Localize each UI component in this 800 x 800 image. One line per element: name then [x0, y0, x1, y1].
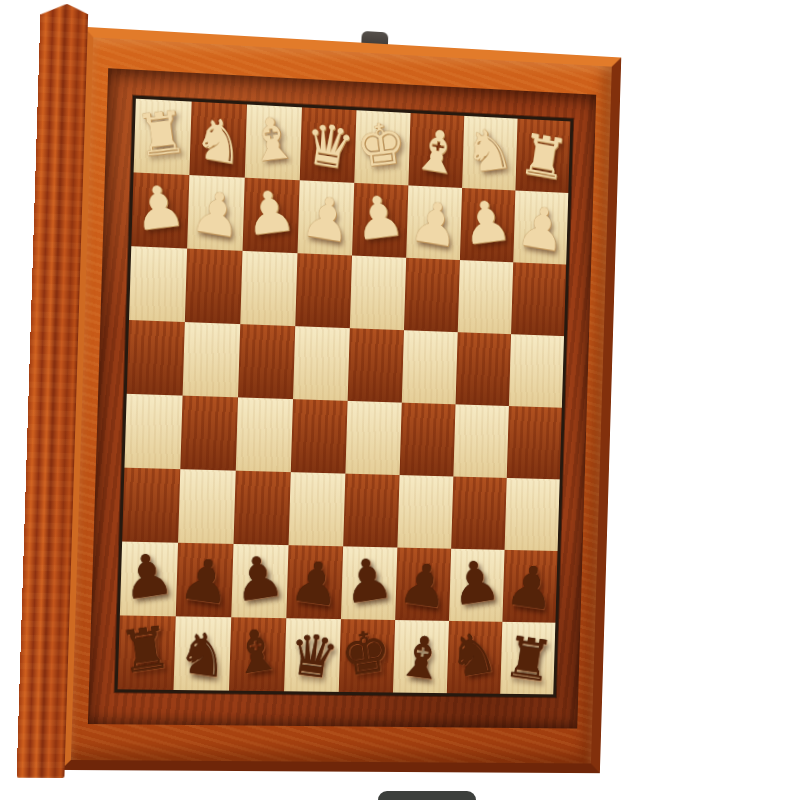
- black-pawn-piece: ♟: [172, 541, 238, 622]
- board-square-r3c7: [509, 334, 564, 408]
- board-square-r2c1: [185, 249, 243, 325]
- board-square-r6c2: ♟: [231, 544, 288, 618]
- board-square-r4c0: [124, 394, 182, 469]
- black-pawn-piece: ♟: [227, 538, 291, 618]
- board-square-r0c4: ♚: [354, 110, 410, 185]
- board-square-r3c1: [183, 322, 241, 397]
- black-queen-piece: ♛: [281, 616, 346, 696]
- board-square-r7c4: ♚: [339, 619, 395, 692]
- white-rook-piece: ♜: [512, 117, 575, 197]
- white-pawn-piece: ♟: [238, 173, 302, 252]
- board-square-r4c6: [453, 404, 509, 478]
- board-square-r1c2: ♟: [243, 178, 300, 254]
- board-square-r6c4: ♟: [341, 546, 397, 620]
- board-square-r3c5: [402, 330, 458, 404]
- board-square-r4c3: [291, 399, 348, 473]
- board-square-r2c0: [129, 246, 187, 322]
- board-square-r4c7: [507, 406, 562, 479]
- board-square-r1c6: ♟: [460, 188, 515, 262]
- white-rook-piece: ♜: [129, 94, 193, 173]
- black-bishop-piece: ♝: [390, 618, 454, 697]
- black-pawn-piece: ♟: [499, 548, 562, 627]
- black-knight-piece: ♞: [442, 615, 504, 694]
- board-square-r5c6: [451, 477, 507, 550]
- board-square-r3c6: [456, 332, 512, 406]
- black-pawn-piece: ♟: [392, 546, 456, 625]
- board-square-r4c4: [345, 401, 401, 475]
- board-square-r1c7: ♟: [513, 190, 568, 264]
- white-pawn-piece: ♟: [294, 178, 359, 259]
- board-square-r2c3: [295, 253, 352, 328]
- white-king-piece: ♚: [350, 106, 413, 184]
- board-square-r5c4: [343, 474, 399, 548]
- board-square-r1c5: ♟: [406, 185, 462, 260]
- board-square-r1c0: ♟: [131, 172, 189, 248]
- board-square-r5c2: [234, 471, 291, 546]
- board-square-r0c5: ♝: [408, 113, 464, 188]
- board-square-r0c0: ♜: [134, 99, 192, 175]
- board-square-r5c1: [178, 469, 236, 544]
- black-pawn-piece: ♟: [283, 543, 348, 623]
- board-square-r5c7: [505, 478, 560, 551]
- white-bishop-piece: ♝: [240, 100, 303, 179]
- board-margin: ♜♞♝♛♚♝♞♜♟♟♟♟♟♟♟♟♟♟♟♟♟♟♟♟♜♞♝♛♚♝♞♜: [88, 68, 596, 728]
- white-pawn-piece: ♟: [456, 184, 518, 262]
- cropped-dark-object: [378, 791, 476, 800]
- board-square-r2c2: [240, 251, 297, 326]
- chess-box: ♜♞♝♛♚♝♞♜♟♟♟♟♟♟♟♟♟♟♟♟♟♟♟♟♜♞♝♛♚♝♞♜: [16, 2, 625, 788]
- board-square-r2c6: [458, 260, 514, 334]
- board-square-r7c5: ♝: [393, 620, 449, 693]
- black-knight-piece: ♞: [170, 614, 236, 694]
- black-bishop-piece: ♝: [224, 611, 288, 692]
- black-pawn-piece: ♟: [337, 541, 400, 621]
- board-square-r4c2: [236, 397, 293, 472]
- board-square-r7c3: ♛: [284, 618, 341, 692]
- board-square-r5c3: [289, 472, 346, 546]
- board-square-r3c3: [293, 326, 350, 401]
- black-rook-piece: ♜: [113, 609, 178, 690]
- board-outline: ♜♞♝♛♚♝♞♜♟♟♟♟♟♟♟♟♟♟♟♟♟♟♟♟♜♞♝♛♚♝♞♜: [115, 96, 574, 698]
- product-photo-scene: ♜♞♝♛♚♝♞♜♟♟♟♟♟♟♟♟♟♟♟♟♟♟♟♟♜♞♝♛♚♝♞♜: [0, 0, 800, 800]
- board-square-r5c0: [122, 468, 180, 543]
- white-bishop-piece: ♝: [405, 111, 469, 192]
- board-square-r7c7: ♜: [500, 622, 555, 695]
- white-pawn-piece: ♟: [403, 184, 467, 264]
- board-square-r5c5: [397, 475, 453, 549]
- white-pawn-piece: ♟: [348, 178, 411, 256]
- white-pawn-piece: ♟: [184, 173, 250, 255]
- board-square-r3c4: [348, 328, 404, 402]
- board-square-r1c4: ♟: [352, 183, 408, 258]
- board-square-r0c6: ♞: [462, 116, 517, 191]
- black-rook-piece: ♜: [497, 620, 560, 699]
- white-pawn-piece: ♟: [127, 168, 192, 248]
- board-square-r4c5: [400, 403, 456, 477]
- board-square-r6c7: ♟: [502, 550, 557, 623]
- white-pawn-piece: ♟: [510, 189, 573, 269]
- board-square-r7c2: ♝: [229, 617, 286, 691]
- board-square-r6c6: ♟: [449, 549, 505, 622]
- board-square-r7c0: ♜: [118, 615, 176, 690]
- board-square-r1c1: ♟: [187, 175, 245, 251]
- board-square-r3c2: [238, 324, 295, 399]
- board-square-r7c6: ♞: [447, 621, 503, 694]
- white-queen-piece: ♛: [297, 106, 362, 187]
- board-square-r2c4: [350, 256, 406, 331]
- board-square-r0c7: ♜: [515, 119, 570, 193]
- board-square-r7c1: ♞: [173, 616, 231, 690]
- white-knight-piece: ♞: [458, 112, 520, 190]
- board-square-r2c5: [404, 258, 460, 332]
- board-square-r1c3: ♟: [297, 180, 354, 255]
- board-square-r3c0: [127, 320, 185, 396]
- board-square-r0c2: ♝: [245, 104, 302, 180]
- board-square-r6c3: ♟: [286, 545, 343, 619]
- black-king-piece: ♚: [334, 613, 397, 693]
- board-square-r6c0: ♟: [120, 542, 178, 617]
- board-square-r6c1: ♟: [176, 543, 234, 618]
- black-pawn-piece: ♟: [115, 536, 180, 617]
- black-pawn-piece: ♟: [445, 543, 507, 622]
- board-square-r6c5: ♟: [395, 548, 451, 621]
- board-square-r0c3: ♛: [300, 107, 357, 182]
- board-square-r0c1: ♞: [189, 102, 247, 178]
- board-square-r4c1: [180, 396, 238, 471]
- box-frame: ♜♞♝♛♚♝♞♜♟♟♟♟♟♟♟♟♟♟♟♟♟♟♟♟♜♞♝♛♚♝♞♜: [61, 27, 622, 773]
- chess-board: ♜♞♝♛♚♝♞♜♟♟♟♟♟♟♟♟♟♟♟♟♟♟♟♟♜♞♝♛♚♝♞♜: [118, 99, 571, 695]
- white-knight-piece: ♞: [186, 100, 252, 182]
- board-square-r2c7: [511, 262, 566, 336]
